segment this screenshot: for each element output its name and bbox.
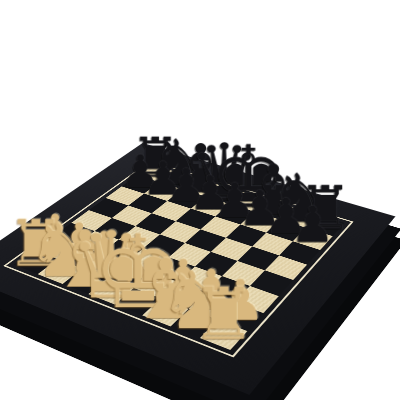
camera-scene: ♜♞♝♛♚♝♞♜♟♟♟♟♟♟♟♟♟♟♟♟♟♟♟♟♜♞♝♛♚♝♞♜ <box>0 0 400 400</box>
product-photo-stage: ♜♞♝♛♚♝♞♜♟♟♟♟♟♟♟♟♟♟♟♟♟♟♟♟♜♞♝♛♚♝♞♜ <box>0 0 400 400</box>
chess-board: ♜♞♝♛♚♝♞♜♟♟♟♟♟♟♟♟♟♟♟♟♟♟♟♟♜♞♝♛♚♝♞♜ <box>0 143 395 395</box>
